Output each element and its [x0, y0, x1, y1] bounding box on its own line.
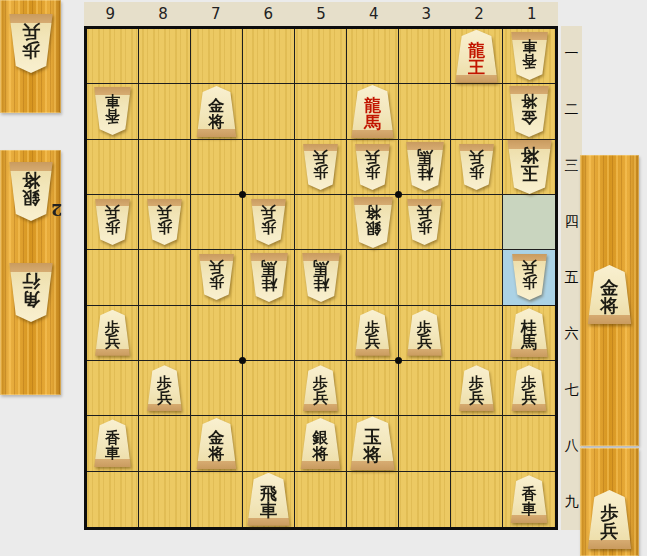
square-2-八[interactable]: [451, 416, 503, 471]
square-9-三[interactable]: [87, 140, 139, 195]
square-5-二[interactable]: [295, 84, 347, 139]
square-7-二[interactable]: 金将: [191, 84, 243, 139]
piece-kanji: 将: [365, 204, 381, 220]
piece-sente-pawn[interactable]: 歩兵: [94, 310, 131, 356]
board-frame: 龍王香車香車金将龍馬金将歩兵歩兵桂馬歩兵玉将歩兵歩兵歩兵銀将歩兵歩兵桂馬桂馬歩兵…: [84, 26, 558, 530]
square-8-五[interactable]: [139, 250, 191, 305]
file-label-1: 1: [505, 2, 558, 26]
square-5-三[interactable]: 歩兵: [295, 140, 347, 195]
rank-label-7: 七: [561, 362, 582, 418]
star-point: [239, 357, 246, 364]
piece-kanji: 金: [521, 109, 537, 125]
square-9-四[interactable]: 歩兵: [87, 195, 139, 250]
sente-hand-tray-main: 金将: [580, 155, 639, 446]
square-8-三[interactable]: [139, 140, 191, 195]
square-5-七[interactable]: 歩兵: [295, 361, 347, 416]
square-3-四[interactable]: 歩兵: [399, 195, 451, 250]
shogi-app: 歩兵 銀将2角行 987654321 龍王香車香車金将龍馬金将歩兵歩兵桂馬歩兵玉…: [0, 0, 647, 556]
square-7-七[interactable]: [191, 361, 243, 416]
square-8-一[interactable]: [139, 29, 191, 84]
piece-sente-knight[interactable]: 桂馬: [509, 308, 549, 357]
piece-kanji: 兵: [417, 205, 432, 220]
piece-kanji: 桂: [313, 275, 329, 291]
sente-hand-tray-bottom: 歩兵: [580, 448, 639, 556]
square-3-七[interactable]: [399, 361, 451, 416]
shogi-board: 987654321 龍王香車香車金将龍馬金将歩兵歩兵桂馬歩兵玉将歩兵歩兵歩兵銀将…: [84, 2, 558, 530]
piece-sente-pawn[interactable]: 歩兵: [406, 310, 443, 356]
square-2-二[interactable]: [451, 84, 503, 139]
piece-kanji: 馬: [313, 259, 329, 275]
square-1-八[interactable]: [503, 416, 555, 471]
piece-kanji: 兵: [209, 260, 224, 275]
rank-label-5: 五: [561, 250, 582, 306]
square-2-五[interactable]: [451, 250, 503, 305]
square-2-九[interactable]: [451, 472, 503, 527]
piece-gote-pawn[interactable]: 歩兵: [94, 199, 131, 245]
square-8-七[interactable]: 歩兵: [139, 361, 191, 416]
piece-gote-gold[interactable]: 金将: [508, 86, 550, 137]
piece-kanji: 兵: [469, 150, 484, 165]
square-7-五[interactable]: 歩兵: [191, 250, 243, 305]
piece-kanji: 車: [522, 502, 537, 517]
file-label-6: 6: [242, 2, 295, 26]
piece-kanji: 兵: [157, 391, 172, 406]
piece-sente-promoted-rook[interactable]: 龍王: [454, 30, 499, 83]
rank-label-8: 八: [561, 418, 582, 474]
rank-label-6: 六: [561, 306, 582, 362]
piece-kanji: 将: [313, 446, 329, 462]
piece-kanji: 兵: [365, 150, 380, 165]
piece-gote-silver[interactable]: 銀将: [8, 162, 54, 221]
piece-gote-lance[interactable]: 香車: [93, 87, 132, 135]
piece-kanji: 歩: [22, 41, 40, 59]
piece-kanji: 歩: [417, 220, 432, 235]
star-point: [395, 357, 402, 364]
square-4-九[interactable]: [347, 472, 399, 527]
piece-sente-rook[interactable]: 飛車: [246, 473, 291, 526]
square-5-八[interactable]: 銀将: [295, 416, 347, 471]
piece-kanji: 兵: [365, 335, 380, 350]
piece-kanji: 香: [105, 109, 120, 124]
piece-gote-pawn[interactable]: 歩兵: [250, 199, 287, 245]
square-4-六[interactable]: 歩兵: [347, 306, 399, 361]
square-5-四[interactable]: [295, 195, 347, 250]
piece-kanji: 香: [522, 54, 537, 69]
piece-gote-pawn[interactable]: 歩兵: [146, 199, 183, 245]
rank-label-2: 二: [561, 82, 582, 138]
piece-kanji: 歩: [522, 275, 537, 290]
gote-silver-count: 2: [51, 200, 62, 219]
piece-sente-promoted-bishop[interactable]: 龍馬: [350, 85, 395, 138]
square-3-九[interactable]: [399, 472, 451, 527]
piece-kanji: 歩: [209, 275, 224, 290]
piece-kanji: 将: [521, 93, 537, 109]
piece-kanji: 歩: [261, 220, 276, 235]
gote-hand-tray-main: 銀将2角行: [0, 150, 61, 395]
star-point: [395, 191, 402, 198]
square-1-三[interactable]: 玉将: [503, 140, 555, 195]
square-9-八[interactable]: 香車: [87, 416, 139, 471]
square-1-四[interactable]: [503, 195, 555, 250]
square-6-四[interactable]: 歩兵: [243, 195, 295, 250]
square-1-九[interactable]: 香車: [503, 472, 555, 527]
rank-label-1: 一: [561, 26, 582, 82]
square-5-六[interactable]: [295, 306, 347, 361]
square-4-八[interactable]: 玉将: [347, 416, 399, 471]
square-6-一[interactable]: [243, 29, 295, 84]
piece-kanji: 将: [209, 446, 225, 462]
piece-kanji: 馬: [521, 335, 537, 351]
gote-hand-tray-top: 歩兵: [0, 0, 61, 113]
square-2-六[interactable]: [451, 306, 503, 361]
piece-kanji: 馬: [364, 114, 381, 131]
file-label-4: 4: [347, 2, 400, 26]
piece-sente-gold[interactable]: 金将: [587, 265, 633, 324]
piece-gote-silver[interactable]: 銀将: [352, 197, 394, 248]
piece-sente-lance[interactable]: 香車: [93, 419, 132, 467]
file-label-5: 5: [295, 2, 348, 26]
square-3-一[interactable]: [399, 29, 451, 84]
square-7-一[interactable]: [191, 29, 243, 84]
piece-kanji: 桂: [261, 275, 277, 291]
piece-gote-pawn[interactable]: 歩兵: [458, 144, 495, 190]
piece-gote-knight[interactable]: 桂馬: [301, 253, 341, 302]
piece-kanji: 兵: [157, 205, 172, 220]
piece-kanji: 桂: [417, 164, 433, 180]
piece-kanji: 兵: [522, 391, 537, 406]
square-9-七[interactable]: [87, 361, 139, 416]
piece-sente-silver[interactable]: 銀将: [300, 418, 342, 469]
square-6-六[interactable]: [243, 306, 295, 361]
square-2-三[interactable]: 歩兵: [451, 140, 503, 195]
square-7-三[interactable]: [191, 140, 243, 195]
square-8-二[interactable]: [139, 84, 191, 139]
piece-kanji: 将: [22, 171, 40, 189]
square-1-五[interactable]: 歩兵: [503, 250, 555, 305]
file-label-8: 8: [137, 2, 190, 26]
piece-sente-lance[interactable]: 香車: [510, 475, 549, 523]
file-label-2: 2: [453, 2, 506, 26]
piece-kanji: 歩: [313, 164, 328, 179]
piece-kanji: 銀: [22, 189, 40, 207]
file-label-3: 3: [400, 2, 453, 26]
square-3-五[interactable]: [399, 250, 451, 305]
piece-gote-pawn[interactable]: 歩兵: [8, 14, 54, 73]
piece-gote-pawn[interactable]: 歩兵: [511, 254, 548, 300]
piece-kanji: 王: [468, 59, 485, 76]
piece-gote-pawn[interactable]: 歩兵: [354, 144, 391, 190]
square-3-三[interactable]: 桂馬: [399, 140, 451, 195]
piece-kanji: 行: [22, 272, 40, 290]
piece-sente-gold[interactable]: 金将: [196, 418, 238, 469]
piece-sente-pawn[interactable]: 歩兵: [302, 365, 339, 411]
piece-kanji: 兵: [261, 205, 276, 220]
piece-sente-king[interactable]: 玉将: [349, 416, 396, 470]
square-6-八[interactable]: [243, 416, 295, 471]
square-6-二[interactable]: [243, 84, 295, 139]
square-1-六[interactable]: 桂馬: [503, 306, 555, 361]
piece-kanji: 兵: [313, 391, 328, 406]
square-9-一[interactable]: [87, 29, 139, 84]
square-7-六[interactable]: [191, 306, 243, 361]
square-9-五[interactable]: [87, 250, 139, 305]
piece-kanji: 角: [22, 290, 40, 308]
piece-kanji: 歩: [157, 220, 172, 235]
square-2-七[interactable]: 歩兵: [451, 361, 503, 416]
board-grid: 龍王香車香車金将龍馬金将歩兵歩兵桂馬歩兵玉将歩兵歩兵歩兵銀将歩兵歩兵桂馬桂馬歩兵…: [87, 29, 555, 527]
square-4-四[interactable]: 銀将: [347, 195, 399, 250]
square-5-一[interactable]: [295, 29, 347, 84]
piece-gote-pawn[interactable]: 歩兵: [406, 199, 443, 245]
square-5-九[interactable]: [295, 472, 347, 527]
square-6-五[interactable]: 桂馬: [243, 250, 295, 305]
piece-sente-pawn[interactable]: 歩兵: [146, 365, 183, 411]
square-3-八[interactable]: [399, 416, 451, 471]
square-4-七[interactable]: [347, 361, 399, 416]
rank-coordinates: 一二三四五六七八九: [561, 26, 582, 530]
square-5-五[interactable]: 桂馬: [295, 250, 347, 305]
piece-sente-pawn[interactable]: 歩兵: [354, 310, 391, 356]
piece-sente-pawn[interactable]: 歩兵: [587, 490, 633, 549]
piece-kanji: 歩: [105, 220, 120, 235]
square-6-七[interactable]: [243, 361, 295, 416]
square-1-二[interactable]: 金将: [503, 84, 555, 139]
piece-kanji: 馬: [261, 259, 277, 275]
square-1-七[interactable]: 歩兵: [503, 361, 555, 416]
file-label-7: 7: [189, 2, 242, 26]
square-2-一[interactable]: 龍王: [451, 29, 503, 84]
piece-kanji: 車: [105, 446, 120, 461]
piece-gote-knight[interactable]: 桂馬: [405, 142, 445, 191]
piece-kanji: 車: [522, 39, 537, 54]
piece-gote-pawn[interactable]: 歩兵: [198, 254, 235, 300]
piece-kanji: 将: [209, 114, 225, 130]
piece-kanji: 兵: [469, 391, 484, 406]
piece-sente-pawn[interactable]: 歩兵: [458, 365, 495, 411]
square-2-四[interactable]: [451, 195, 503, 250]
piece-sente-pawn[interactable]: 歩兵: [511, 365, 548, 411]
piece-kanji: 馬: [417, 149, 433, 165]
piece-kanji: 車: [260, 502, 277, 519]
piece-kanji: 兵: [417, 335, 432, 350]
rank-label-4: 四: [561, 194, 582, 250]
piece-kanji: 兵: [105, 335, 120, 350]
piece-kanji: 兵: [313, 150, 328, 165]
square-9-二[interactable]: 香車: [87, 84, 139, 139]
piece-kanji: 兵: [22, 23, 40, 41]
piece-sente-gold[interactable]: 金将: [196, 86, 238, 137]
rank-label-3: 三: [561, 138, 582, 194]
piece-kanji: 兵: [522, 260, 537, 275]
piece-kanji: 将: [364, 446, 382, 464]
piece-gote-knight[interactable]: 桂馬: [249, 253, 289, 302]
piece-kanji: 将: [520, 147, 538, 165]
piece-gote-king[interactable]: 玉将: [506, 140, 553, 194]
piece-kanji: 兵: [105, 205, 120, 220]
square-7-四[interactable]: [191, 195, 243, 250]
square-8-八[interactable]: [139, 416, 191, 471]
square-3-二[interactable]: [399, 84, 451, 139]
piece-kanji: 歩: [365, 164, 380, 179]
square-6-三[interactable]: [243, 140, 295, 195]
square-8-四[interactable]: 歩兵: [139, 195, 191, 250]
file-label-9: 9: [84, 2, 137, 26]
square-9-六[interactable]: 歩兵: [87, 306, 139, 361]
piece-kanji: 玉: [520, 164, 538, 182]
square-3-六[interactable]: 歩兵: [399, 306, 451, 361]
piece-kanji: 車: [105, 94, 120, 109]
piece-gote-lance[interactable]: 香車: [510, 32, 549, 80]
square-4-一[interactable]: [347, 29, 399, 84]
square-7-九[interactable]: [191, 472, 243, 527]
piece-kanji: 歩: [469, 164, 484, 179]
square-7-八[interactable]: 金将: [191, 416, 243, 471]
square-6-九[interactable]: 飛車: [243, 472, 295, 527]
square-9-九[interactable]: [87, 472, 139, 527]
piece-kanji: 銀: [365, 220, 381, 236]
piece-gote-pawn[interactable]: 歩兵: [302, 144, 339, 190]
piece-kanji: 兵: [601, 522, 619, 540]
square-4-三[interactable]: 歩兵: [347, 140, 399, 195]
square-1-一[interactable]: 香車: [503, 29, 555, 84]
square-8-九[interactable]: [139, 472, 191, 527]
piece-gote-bishop[interactable]: 角行: [8, 263, 54, 322]
star-point: [239, 191, 246, 198]
square-8-六[interactable]: [139, 306, 191, 361]
piece-kanji: 将: [601, 297, 619, 315]
file-coordinates: 987654321: [84, 2, 558, 26]
rank-label-9: 九: [561, 474, 582, 530]
square-4-二[interactable]: 龍馬: [347, 84, 399, 139]
square-4-五[interactable]: [347, 250, 399, 305]
